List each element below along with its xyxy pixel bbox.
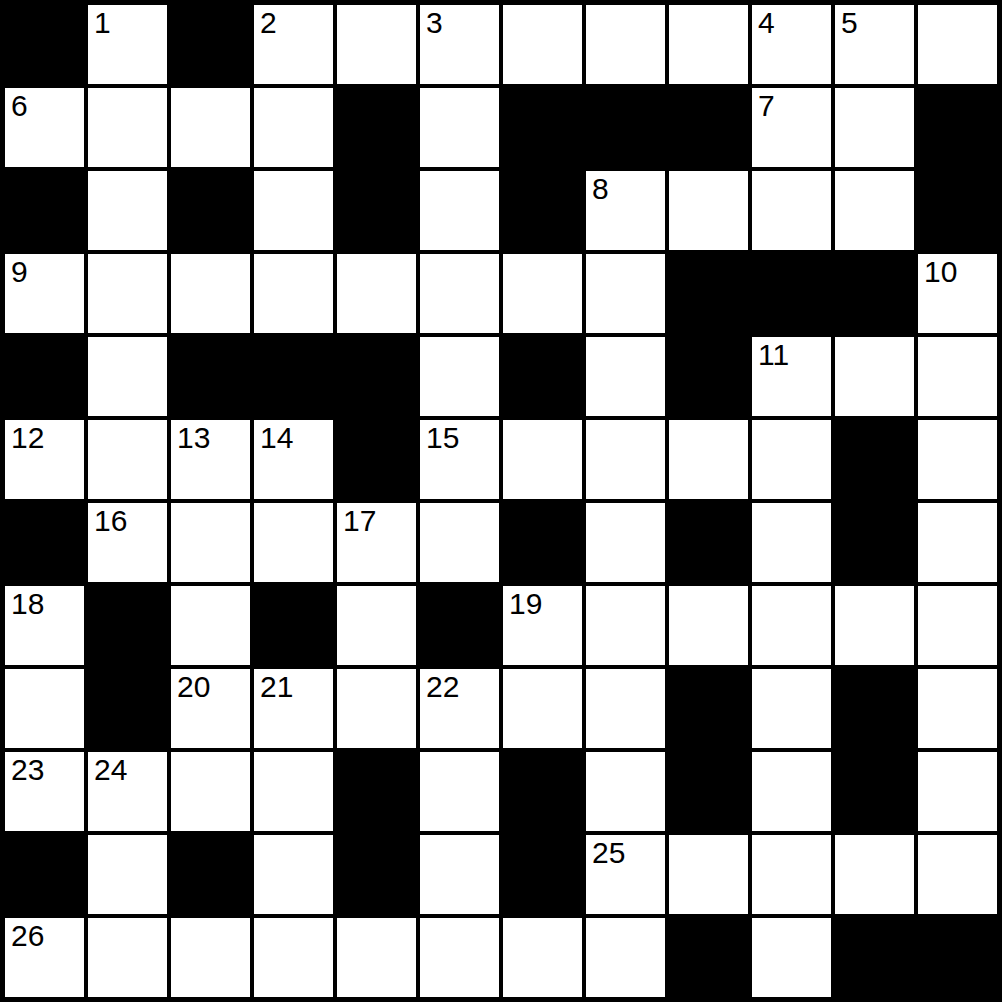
white-cell-r9c1[interactable]: 24	[86, 750, 169, 833]
black-cell-r9c6	[501, 750, 584, 833]
black-cell-r2c0	[3, 169, 86, 252]
black-cell-r2c6	[501, 169, 584, 252]
black-cell-r5c4	[335, 418, 418, 501]
clue-number-26: 26	[11, 919, 44, 952]
white-cell-r3c3[interactable]	[252, 252, 335, 335]
white-cell-r3c7[interactable]	[584, 252, 667, 335]
white-cell-r6c3[interactable]	[252, 501, 335, 584]
white-cell-r3c5[interactable]	[418, 252, 501, 335]
white-cell-r7c2[interactable]	[169, 584, 252, 667]
black-cell-r7c1	[86, 584, 169, 667]
white-cell-r1c2[interactable]	[169, 86, 252, 169]
clue-number-16: 16	[94, 504, 127, 537]
white-cell-r2c9[interactable]	[750, 169, 833, 252]
white-cell-r7c7[interactable]	[584, 584, 667, 667]
white-cell-r8c3[interactable]: 21	[252, 667, 335, 750]
white-cell-r2c3[interactable]	[252, 169, 335, 252]
clue-number-4: 4	[758, 6, 775, 39]
clue-number-17: 17	[343, 504, 376, 537]
black-cell-r9c4	[335, 750, 418, 833]
white-cell-r7c10[interactable]	[833, 584, 916, 667]
white-cell-r11c7[interactable]	[584, 916, 667, 999]
black-cell-r8c10	[833, 667, 916, 750]
white-cell-r4c5[interactable]	[418, 335, 501, 418]
black-cell-r11c11	[916, 916, 999, 999]
white-cell-r5c6[interactable]	[501, 418, 584, 501]
white-cell-r5c3[interactable]: 14	[252, 418, 335, 501]
black-cell-r5c10	[833, 418, 916, 501]
clue-number-2: 2	[260, 6, 277, 39]
black-cell-r9c8	[667, 750, 750, 833]
white-cell-r10c10[interactable]	[833, 833, 916, 916]
white-cell-r4c10[interactable]	[833, 335, 916, 418]
clue-number-23: 23	[11, 753, 44, 786]
white-cell-r11c6[interactable]	[501, 916, 584, 999]
white-cell-r9c7[interactable]	[584, 750, 667, 833]
white-cell-r0c4[interactable]	[335, 3, 418, 86]
clue-number-5: 5	[841, 6, 858, 39]
white-cell-r2c10[interactable]	[833, 169, 916, 252]
clue-number-8: 8	[592, 172, 609, 205]
black-cell-r4c6	[501, 335, 584, 418]
black-cell-r6c6	[501, 501, 584, 584]
black-cell-r4c3	[252, 335, 335, 418]
clue-number-13: 13	[177, 421, 210, 454]
black-cell-r3c8	[667, 252, 750, 335]
white-cell-r2c8[interactable]	[667, 169, 750, 252]
white-cell-r7c4[interactable]	[335, 584, 418, 667]
white-cell-r1c1[interactable]	[86, 86, 169, 169]
black-cell-r2c11	[916, 169, 999, 252]
white-cell-r0c5[interactable]: 3	[418, 3, 501, 86]
white-cell-r9c9[interactable]	[750, 750, 833, 833]
black-cell-r1c7	[584, 86, 667, 169]
white-cell-r0c8[interactable]	[667, 3, 750, 86]
white-cell-r10c1[interactable]	[86, 833, 169, 916]
white-cell-r0c7[interactable]	[584, 3, 667, 86]
white-cell-r1c10[interactable]	[833, 86, 916, 169]
clue-number-14: 14	[260, 421, 293, 454]
white-cell-r6c9[interactable]	[750, 501, 833, 584]
white-cell-r5c8[interactable]	[667, 418, 750, 501]
white-cell-r8c7[interactable]	[584, 667, 667, 750]
white-cell-r7c6[interactable]: 19	[501, 584, 584, 667]
white-cell-r7c9[interactable]	[750, 584, 833, 667]
white-cell-r11c5[interactable]	[418, 916, 501, 999]
white-cell-r0c1[interactable]: 1	[86, 3, 169, 86]
white-cell-r5c5[interactable]: 15	[418, 418, 501, 501]
black-cell-r10c0	[3, 833, 86, 916]
black-cell-r1c8	[667, 86, 750, 169]
white-cell-r5c1[interactable]	[86, 418, 169, 501]
white-cell-r7c8[interactable]	[667, 584, 750, 667]
clue-number-11: 11	[758, 338, 789, 371]
black-cell-r1c11	[916, 86, 999, 169]
white-cell-r11c1[interactable]	[86, 916, 169, 999]
white-cell-r8c0[interactable]	[3, 667, 86, 750]
clue-number-15: 15	[426, 421, 459, 454]
black-cell-r7c5	[418, 584, 501, 667]
white-cell-r9c2[interactable]	[169, 750, 252, 833]
white-cell-r3c0[interactable]: 9	[3, 252, 86, 335]
black-cell-r2c2	[169, 169, 252, 252]
black-cell-r7c3	[252, 584, 335, 667]
white-cell-r6c1[interactable]: 16	[86, 501, 169, 584]
clue-number-1: 1	[94, 6, 111, 39]
white-cell-r8c5[interactable]: 22	[418, 667, 501, 750]
clue-number-3: 3	[426, 6, 443, 39]
clue-number-9: 9	[11, 255, 28, 288]
clue-number-24: 24	[94, 753, 127, 786]
black-cell-r8c1	[86, 667, 169, 750]
white-cell-r4c1[interactable]	[86, 335, 169, 418]
black-cell-r6c8	[667, 501, 750, 584]
white-cell-r5c0[interactable]: 12	[3, 418, 86, 501]
black-cell-r1c4	[335, 86, 418, 169]
white-cell-r1c5[interactable]	[418, 86, 501, 169]
white-cell-r11c4[interactable]	[335, 916, 418, 999]
black-cell-r3c9	[750, 252, 833, 335]
white-cell-r4c11[interactable]	[916, 335, 999, 418]
clue-number-18: 18	[11, 587, 44, 620]
black-cell-r9c10	[833, 750, 916, 833]
clue-number-10: 10	[924, 255, 957, 288]
black-cell-r3c10	[833, 252, 916, 335]
white-cell-r4c7[interactable]	[584, 335, 667, 418]
black-cell-r10c4	[335, 833, 418, 916]
white-cell-r10c7[interactable]: 25	[584, 833, 667, 916]
black-cell-r11c8	[667, 916, 750, 999]
white-cell-r2c7[interactable]: 8	[584, 169, 667, 252]
white-cell-r1c0[interactable]: 6	[3, 86, 86, 169]
white-cell-r10c5[interactable]	[418, 833, 501, 916]
clue-number-6: 6	[11, 89, 28, 122]
white-cell-r6c5[interactable]	[418, 501, 501, 584]
clue-number-25: 25	[592, 836, 625, 869]
black-cell-r0c0	[3, 3, 86, 86]
white-cell-r6c4[interactable]: 17	[335, 501, 418, 584]
white-cell-r4c9[interactable]: 11	[750, 335, 833, 418]
black-cell-r4c4	[335, 335, 418, 418]
white-cell-r5c11[interactable]	[916, 418, 999, 501]
white-cell-r3c11[interactable]: 10	[916, 252, 999, 335]
white-cell-r5c2[interactable]: 13	[169, 418, 252, 501]
white-cell-r0c6[interactable]	[501, 3, 584, 86]
crossword-grid: 1234567891011121314151617181920212223242…	[0, 0, 1002, 1002]
white-cell-r10c3[interactable]	[252, 833, 335, 916]
white-cell-r8c9[interactable]	[750, 667, 833, 750]
white-cell-r3c6[interactable]	[501, 252, 584, 335]
white-cell-r0c9[interactable]: 4	[750, 3, 833, 86]
white-cell-r8c11[interactable]	[916, 667, 999, 750]
white-cell-r2c1[interactable]	[86, 169, 169, 252]
white-cell-r9c3[interactable]	[252, 750, 335, 833]
white-cell-r9c0[interactable]: 23	[3, 750, 86, 833]
white-cell-r7c11[interactable]	[916, 584, 999, 667]
white-cell-r10c8[interactable]	[667, 833, 750, 916]
white-cell-r8c4[interactable]	[335, 667, 418, 750]
white-cell-r9c11[interactable]	[916, 750, 999, 833]
white-cell-r1c9[interactable]: 7	[750, 86, 833, 169]
white-cell-r3c1[interactable]	[86, 252, 169, 335]
white-cell-r11c9[interactable]	[750, 916, 833, 999]
white-cell-r8c6[interactable]	[501, 667, 584, 750]
white-cell-r9c5[interactable]	[418, 750, 501, 833]
white-cell-r0c11[interactable]	[916, 3, 999, 86]
black-cell-r10c2	[169, 833, 252, 916]
white-cell-r6c7[interactable]	[584, 501, 667, 584]
white-cell-r10c11[interactable]	[916, 833, 999, 916]
white-cell-r0c10[interactable]: 5	[833, 3, 916, 86]
white-cell-r11c3[interactable]	[252, 916, 335, 999]
white-cell-r6c2[interactable]	[169, 501, 252, 584]
white-cell-r0c3[interactable]: 2	[252, 3, 335, 86]
black-cell-r6c10	[833, 501, 916, 584]
white-cell-r11c0[interactable]: 26	[3, 916, 86, 999]
black-cell-r10c6	[501, 833, 584, 916]
black-cell-r6c0	[3, 501, 86, 584]
white-cell-r1c3[interactable]	[252, 86, 335, 169]
white-cell-r2c5[interactable]	[418, 169, 501, 252]
white-cell-r5c7[interactable]	[584, 418, 667, 501]
clue-number-22: 22	[426, 670, 459, 703]
black-cell-r0c2	[169, 3, 252, 86]
clue-number-20: 20	[177, 670, 210, 703]
black-cell-r8c8	[667, 667, 750, 750]
clue-number-12: 12	[11, 421, 44, 454]
clue-number-19: 19	[509, 587, 542, 620]
clue-number-7: 7	[758, 89, 775, 122]
black-cell-r1c6	[501, 86, 584, 169]
white-cell-r5c9[interactable]	[750, 418, 833, 501]
clue-number-21: 21	[260, 670, 293, 703]
white-cell-r6c11[interactable]	[916, 501, 999, 584]
white-cell-r3c2[interactable]	[169, 252, 252, 335]
white-cell-r7c0[interactable]: 18	[3, 584, 86, 667]
white-cell-r11c2[interactable]	[169, 916, 252, 999]
white-cell-r10c9[interactable]	[750, 833, 833, 916]
black-cell-r2c4	[335, 169, 418, 252]
white-cell-r3c4[interactable]	[335, 252, 418, 335]
black-cell-r4c2	[169, 335, 252, 418]
black-cell-r4c0	[3, 335, 86, 418]
black-cell-r11c10	[833, 916, 916, 999]
white-cell-r8c2[interactable]: 20	[169, 667, 252, 750]
black-cell-r4c8	[667, 335, 750, 418]
